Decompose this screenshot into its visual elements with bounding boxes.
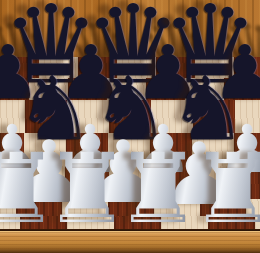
white-rook[interactable]: ♜ bbox=[190, 141, 260, 237]
white-rook[interactable]: ♜ bbox=[115, 141, 201, 237]
chess-3d-scene: ♛♛♛♛ ♛♛♛♟♟♟♟♞♞♞♟♟♟♟♟♟♟♜♜♜♜ bbox=[0, 0, 260, 253]
